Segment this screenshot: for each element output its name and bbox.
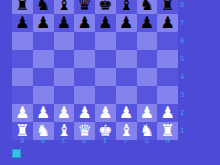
- piece-white-pawn: ♟: [98, 104, 112, 122]
- square-b2[interactable]: ♟: [33, 104, 54, 122]
- selection-cursor[interactable]: [12, 149, 21, 158]
- file-label-e: E: [95, 136, 116, 145]
- square-h3[interactable]: [157, 86, 178, 104]
- square-e3[interactable]: [95, 86, 116, 104]
- rank-label-7: 7: [176, 14, 188, 32]
- square-c7[interactable]: ♟: [54, 14, 75, 32]
- piece-black-pawn: ♟: [98, 14, 112, 32]
- square-g6[interactable]: [137, 32, 158, 50]
- square-f3[interactable]: [116, 86, 137, 104]
- piece-white-pawn: ♟: [160, 104, 174, 122]
- piece-white-pawn: ♟: [77, 104, 91, 122]
- rank-label-4: 4: [176, 68, 188, 86]
- square-f4[interactable]: [116, 68, 137, 86]
- square-a4[interactable]: [12, 68, 33, 86]
- file-label-a: A: [12, 136, 33, 145]
- piece-black-king: ♚: [98, 0, 112, 14]
- piece-black-bishop: ♝: [119, 0, 133, 14]
- square-e7[interactable]: ♟: [95, 14, 116, 32]
- piece-black-pawn: ♟: [57, 14, 71, 32]
- piece-white-pawn: ♟: [57, 104, 71, 122]
- piece-black-pawn: ♟: [36, 14, 50, 32]
- file-label-h: H: [157, 136, 178, 145]
- square-g5[interactable]: [137, 50, 158, 68]
- square-g3[interactable]: [137, 86, 158, 104]
- square-h7[interactable]: ♟: [157, 14, 178, 32]
- square-d4[interactable]: [74, 68, 95, 86]
- square-d3[interactable]: [74, 86, 95, 104]
- square-a3[interactable]: [12, 86, 33, 104]
- square-d7[interactable]: ♟: [74, 14, 95, 32]
- file-label-f: F: [116, 136, 137, 145]
- piece-black-knight: ♞: [140, 0, 154, 14]
- file-label-g: G: [137, 136, 158, 145]
- piece-black-bishop: ♝: [57, 0, 71, 14]
- square-h5[interactable]: [157, 50, 178, 68]
- piece-black-knight: ♞: [36, 0, 50, 14]
- piece-black-rook: ♜: [160, 0, 174, 14]
- square-b6[interactable]: [33, 32, 54, 50]
- chess-app-screen: ♜♞♝♛♚♝♞♜♟♟♟♟♟♟♟♟♟♟♟♟♟♟♟♟♜♞♝♛♚♝♞♜ 8 7 6 5…: [0, 0, 220, 165]
- square-f7[interactable]: ♟: [116, 14, 137, 32]
- chess-board: ♜♞♝♛♚♝♞♜♟♟♟♟♟♟♟♟♟♟♟♟♟♟♟♟♜♞♝♛♚♝♞♜: [12, 0, 178, 140]
- square-g7[interactable]: ♟: [137, 14, 158, 32]
- square-f6[interactable]: [116, 32, 137, 50]
- square-d2[interactable]: ♟: [74, 104, 95, 122]
- file-label-c: C: [54, 136, 75, 145]
- piece-white-pawn: ♟: [119, 104, 133, 122]
- square-c5[interactable]: [54, 50, 75, 68]
- square-h6[interactable]: [157, 32, 178, 50]
- square-a6[interactable]: [12, 32, 33, 50]
- file-label-b: B: [33, 136, 54, 145]
- file-label-d: D: [74, 136, 95, 145]
- square-e4[interactable]: [95, 68, 116, 86]
- square-e2[interactable]: ♟: [95, 104, 116, 122]
- piece-black-queen: ♛: [77, 0, 91, 14]
- square-e6[interactable]: [95, 32, 116, 50]
- square-g4[interactable]: [137, 68, 158, 86]
- square-a5[interactable]: [12, 50, 33, 68]
- piece-black-pawn: ♟: [77, 14, 91, 32]
- rank-label-3: 3: [176, 86, 188, 104]
- square-a7[interactable]: ♟: [12, 14, 33, 32]
- rank-label-8: 8: [176, 0, 188, 14]
- piece-black-pawn: ♟: [140, 14, 154, 32]
- piece-white-pawn: ♟: [140, 104, 154, 122]
- square-b5[interactable]: [33, 50, 54, 68]
- square-c6[interactable]: [54, 32, 75, 50]
- square-a2[interactable]: ♟: [12, 104, 33, 122]
- rank-label-5: 5: [176, 50, 188, 68]
- square-g2[interactable]: ♟: [137, 104, 158, 122]
- square-b3[interactable]: [33, 86, 54, 104]
- rank-label-6: 6: [176, 32, 188, 50]
- piece-white-pawn: ♟: [36, 104, 50, 122]
- rank-label-2: 2: [176, 104, 188, 122]
- square-b7[interactable]: ♟: [33, 14, 54, 32]
- piece-black-pawn: ♟: [160, 14, 174, 32]
- square-h2[interactable]: ♟: [157, 104, 178, 122]
- square-b4[interactable]: [33, 68, 54, 86]
- piece-black-pawn: ♟: [15, 14, 29, 32]
- square-f2[interactable]: ♟: [116, 104, 137, 122]
- square-c4[interactable]: [54, 68, 75, 86]
- square-c2[interactable]: ♟: [54, 104, 75, 122]
- rank-labels: 8 7 6 5 4 3 2 1: [176, 0, 188, 140]
- square-d6[interactable]: [74, 32, 95, 50]
- square-f5[interactable]: [116, 50, 137, 68]
- file-labels: A B C D E F G H: [12, 136, 178, 145]
- square-d5[interactable]: [74, 50, 95, 68]
- piece-black-rook: ♜: [15, 0, 29, 14]
- piece-black-pawn: ♟: [119, 14, 133, 32]
- square-c3[interactable]: [54, 86, 75, 104]
- piece-white-pawn: ♟: [15, 104, 29, 122]
- square-h4[interactable]: [157, 68, 178, 86]
- square-e5[interactable]: [95, 50, 116, 68]
